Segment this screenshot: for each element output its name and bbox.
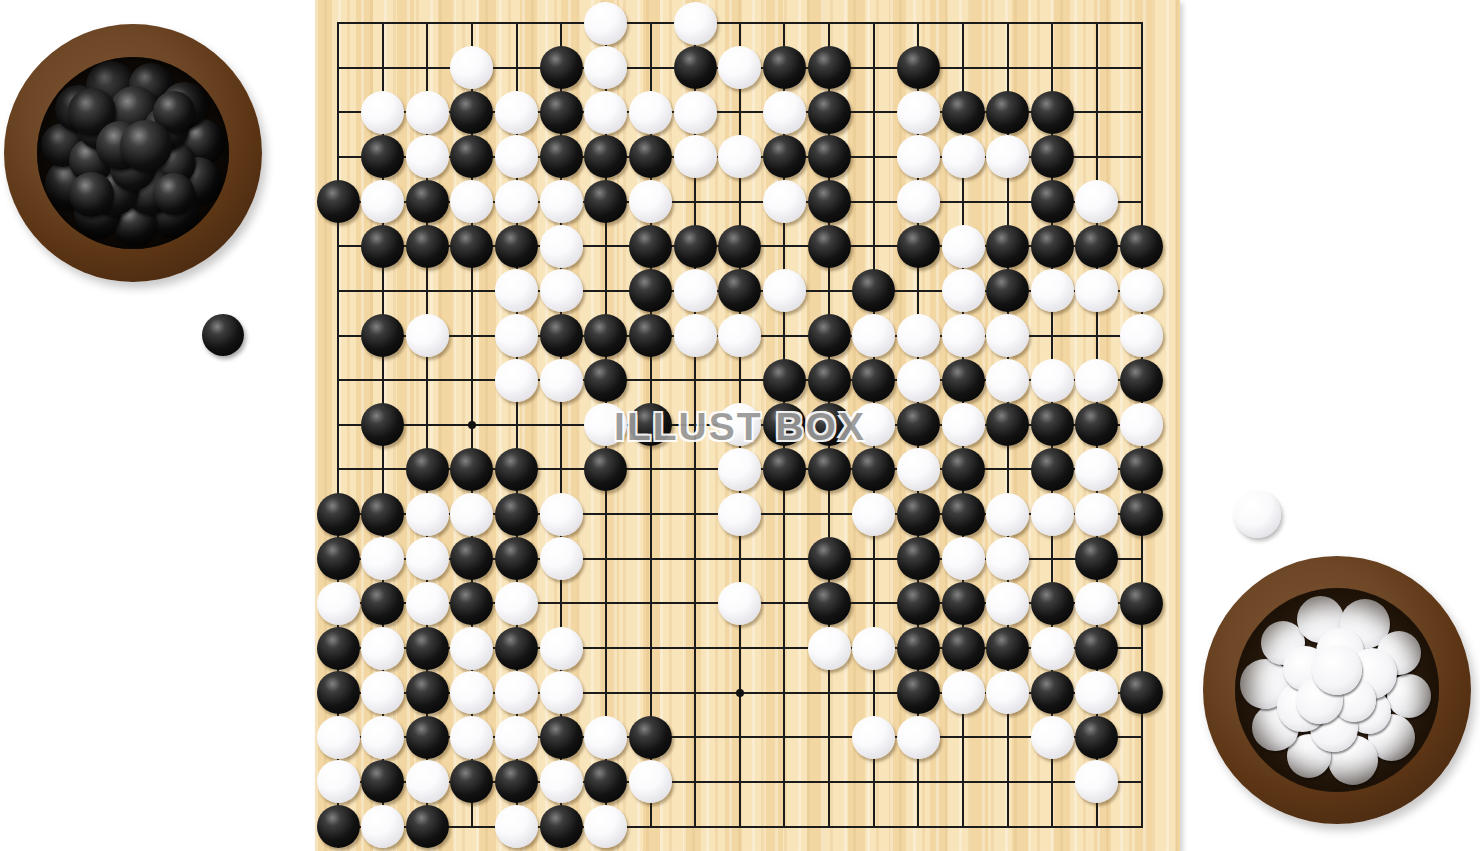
white-stone (942, 537, 985, 580)
black-stone (1031, 448, 1074, 491)
white-stone (942, 403, 985, 446)
black-stone (1031, 180, 1074, 223)
black-stone (361, 760, 404, 803)
white-stone (897, 135, 940, 178)
black-stone (852, 269, 895, 312)
white-stone (986, 135, 1029, 178)
black-stone (897, 671, 940, 714)
black-stone (763, 46, 806, 89)
black-stone (674, 225, 717, 268)
black-stone (986, 225, 1029, 268)
white-stone (317, 716, 360, 759)
black-stone (450, 225, 493, 268)
white-stone (718, 135, 761, 178)
white-stone (540, 180, 583, 223)
white-stone (361, 716, 404, 759)
black-stone (361, 403, 404, 446)
lone-white-stone (1234, 491, 1281, 538)
black-stone (361, 314, 404, 357)
black-stone (808, 537, 851, 580)
black-stone (808, 225, 851, 268)
white-stone (852, 314, 895, 357)
black-stone (852, 448, 895, 491)
black-stone (406, 805, 449, 848)
black-stone (942, 91, 985, 134)
white-stone (406, 135, 449, 178)
black-stone (406, 180, 449, 223)
white-stone (406, 314, 449, 357)
white-stone (450, 493, 493, 536)
white-stone (361, 537, 404, 580)
white-stone (317, 760, 360, 803)
black-stone (317, 537, 360, 580)
black-stone (361, 582, 404, 625)
black-stone (584, 448, 627, 491)
white-stone (1031, 716, 1074, 759)
black-stone (1075, 537, 1118, 580)
white-stone (1075, 359, 1118, 402)
black-stone (1120, 448, 1163, 491)
black-stone (540, 314, 583, 357)
white-stone (808, 627, 851, 670)
white-stone (495, 314, 538, 357)
white-stone (1031, 269, 1074, 312)
black-stone (450, 582, 493, 625)
grid-line-horizontal (337, 826, 1143, 828)
black-stone (718, 269, 761, 312)
white-stone (986, 314, 1029, 357)
black-stone (897, 582, 940, 625)
black-stone (406, 627, 449, 670)
black-stone (317, 627, 360, 670)
white-stone (718, 448, 761, 491)
black-stone (629, 135, 672, 178)
black-stone (1075, 716, 1118, 759)
black-stone (808, 314, 851, 357)
black-stone (763, 359, 806, 402)
white-stone (584, 805, 627, 848)
white-stone (406, 91, 449, 134)
black-stone (1075, 627, 1118, 670)
white-stone (897, 91, 940, 134)
black-stones-bowl (4, 24, 262, 282)
white-stone (674, 135, 717, 178)
black-stone (540, 135, 583, 178)
black-stone (495, 627, 538, 670)
black-stone (450, 448, 493, 491)
white-stone (763, 180, 806, 223)
black-stone (406, 448, 449, 491)
white-stone (540, 671, 583, 714)
black-stone (406, 716, 449, 759)
black-stone (942, 359, 985, 402)
white-stone (540, 225, 583, 268)
white-stone (584, 716, 627, 759)
white-stone (1075, 582, 1118, 625)
white-stone (674, 2, 717, 45)
black-stone (808, 180, 851, 223)
white-stone (450, 46, 493, 89)
black-stone (897, 493, 940, 536)
white-stone (495, 716, 538, 759)
black-stone (629, 225, 672, 268)
black-stone (1120, 582, 1163, 625)
black-stone (406, 225, 449, 268)
white-stone (584, 2, 627, 45)
white-stone (942, 671, 985, 714)
black-stone (942, 627, 985, 670)
white-stone (629, 760, 672, 803)
black-stone (986, 403, 1029, 446)
black-stone (317, 805, 360, 848)
black-stone (986, 269, 1029, 312)
white-stone (361, 671, 404, 714)
black-stone (495, 493, 538, 536)
white-stone (718, 493, 761, 536)
white-stone (1075, 269, 1118, 312)
white-stone (674, 314, 717, 357)
black-stone (450, 537, 493, 580)
white-stone (629, 180, 672, 223)
white-stone (852, 493, 895, 536)
white-stone (1120, 269, 1163, 312)
black-stone (629, 716, 672, 759)
white-stone (763, 269, 806, 312)
black-stone (808, 359, 851, 402)
black-stone (317, 493, 360, 536)
white-stone (1075, 671, 1118, 714)
black-stone (540, 716, 583, 759)
white-stone (317, 582, 360, 625)
black-stone (897, 403, 940, 446)
white-stone (584, 46, 627, 89)
black-stone (1120, 493, 1163, 536)
black-bowl-stone (120, 120, 172, 172)
black-stone (361, 225, 404, 268)
white-stone (361, 180, 404, 223)
white-stone (852, 627, 895, 670)
black-stone (1031, 582, 1074, 625)
white-stone (450, 627, 493, 670)
white-stone (450, 671, 493, 714)
black-stone (808, 582, 851, 625)
white-stone (1075, 448, 1118, 491)
black-stone (361, 135, 404, 178)
white-stone (1075, 760, 1118, 803)
white-stone (495, 269, 538, 312)
white-stone (852, 716, 895, 759)
white-stone (897, 359, 940, 402)
black-stone (1120, 359, 1163, 402)
white-stone (406, 537, 449, 580)
white-stone (942, 135, 985, 178)
black-stone (317, 180, 360, 223)
black-stone (897, 627, 940, 670)
white-bowl-stone (1312, 645, 1362, 695)
white-stone (718, 46, 761, 89)
black-stone (1031, 135, 1074, 178)
white-stone (540, 359, 583, 402)
white-stone (406, 582, 449, 625)
white-stone (1120, 314, 1163, 357)
white-stone (1031, 627, 1074, 670)
white-stone (718, 314, 761, 357)
black-stone (808, 135, 851, 178)
white-stone (986, 537, 1029, 580)
white-stone (584, 91, 627, 134)
white-stone (361, 91, 404, 134)
black-stone (540, 46, 583, 89)
black-stone (852, 359, 895, 402)
black-stone (897, 537, 940, 580)
black-stone (718, 225, 761, 268)
white-stone (361, 627, 404, 670)
black-stone (942, 448, 985, 491)
black-stone (808, 448, 851, 491)
white-stone (495, 91, 538, 134)
white-stone (674, 91, 717, 134)
black-stone (763, 135, 806, 178)
white-stone (495, 359, 538, 402)
black-stone (674, 46, 717, 89)
black-stone (763, 448, 806, 491)
white-stone (495, 582, 538, 625)
black-stone (986, 627, 1029, 670)
white-stone (495, 805, 538, 848)
white-bowl-interior (1235, 588, 1439, 792)
white-stone (986, 359, 1029, 402)
white-stone (495, 180, 538, 223)
go-board: ILLUST BOX (315, 0, 1180, 851)
black-stone (1120, 225, 1163, 268)
black-bowl-stone (153, 173, 195, 215)
white-stone (495, 671, 538, 714)
black-stone (1075, 225, 1118, 268)
white-stone (540, 760, 583, 803)
black-stone (495, 448, 538, 491)
white-stone (495, 135, 538, 178)
white-stone (986, 671, 1029, 714)
black-stone (1031, 91, 1074, 134)
white-stone (629, 91, 672, 134)
white-stone (942, 269, 985, 312)
white-stone (1031, 359, 1074, 402)
black-stone (942, 493, 985, 536)
black-stone (1031, 671, 1074, 714)
white-stone (1075, 493, 1118, 536)
black-stone (584, 359, 627, 402)
black-stone (629, 314, 672, 357)
white-stone (540, 269, 583, 312)
black-stone (808, 91, 851, 134)
white-stone (540, 537, 583, 580)
black-stone (1031, 225, 1074, 268)
black-stone (942, 582, 985, 625)
black-stone (450, 135, 493, 178)
black-stone (317, 671, 360, 714)
white-stone (540, 493, 583, 536)
black-stone (584, 180, 627, 223)
black-stone (986, 91, 1029, 134)
white-stone (406, 760, 449, 803)
white-stone (763, 91, 806, 134)
black-stone (808, 46, 851, 89)
white-stone (718, 582, 761, 625)
black-stone (540, 91, 583, 134)
white-stones-bowl (1203, 556, 1471, 824)
star-point (736, 689, 744, 697)
white-stone (1120, 403, 1163, 446)
black-stone (1120, 671, 1163, 714)
white-stone (361, 805, 404, 848)
black-stone (584, 314, 627, 357)
black-stone (450, 760, 493, 803)
white-stone (942, 314, 985, 357)
black-stone (629, 269, 672, 312)
black-bowl-stone (69, 172, 114, 217)
white-stone (406, 493, 449, 536)
black-stone (406, 671, 449, 714)
white-stone (1075, 180, 1118, 223)
white-stone (450, 180, 493, 223)
white-stone (1031, 493, 1074, 536)
white-stone (942, 225, 985, 268)
white-stone (540, 627, 583, 670)
black-stone (361, 493, 404, 536)
black-stone (540, 805, 583, 848)
white-stone (674, 269, 717, 312)
black-stone (1075, 403, 1118, 446)
white-stone (897, 314, 940, 357)
black-stone (1031, 403, 1074, 446)
white-stone (450, 716, 493, 759)
white-stone (897, 716, 940, 759)
black-stone (584, 760, 627, 803)
black-stone (897, 46, 940, 89)
black-stone (897, 225, 940, 268)
white-stone (897, 448, 940, 491)
lone-black-stone (202, 314, 244, 356)
white-stone (986, 493, 1029, 536)
star-point (468, 421, 476, 429)
white-stone (897, 180, 940, 223)
black-bowl-interior (37, 57, 229, 249)
black-stone (584, 135, 627, 178)
black-stone (450, 91, 493, 134)
black-stone (495, 760, 538, 803)
black-stone (495, 225, 538, 268)
black-stone (495, 537, 538, 580)
watermark: ILLUST BOX (614, 405, 866, 449)
white-stone (986, 582, 1029, 625)
